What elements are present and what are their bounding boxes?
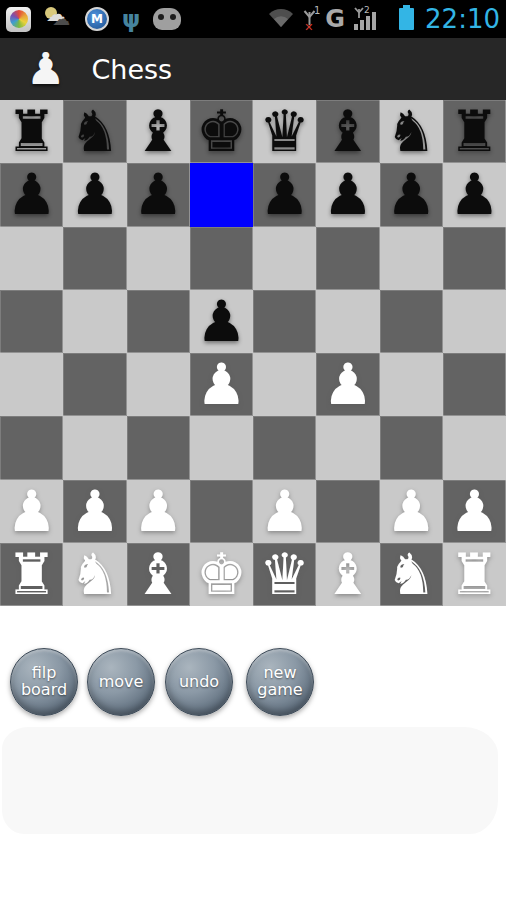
square-d2[interactable] [190, 480, 253, 543]
app-title: Chess [91, 54, 172, 85]
status-bar: ☁☁ M ψ 1 ✕ G 2 22:10 [0, 0, 506, 38]
network-type-label: G [325, 7, 345, 31]
square-f1[interactable]: ♝ [316, 543, 379, 606]
square-e7[interactable]: ♟ [253, 163, 316, 226]
black-bishop-icon: ♝ [322, 100, 373, 163]
white-pawn-icon: ♟ [6, 480, 57, 543]
square-e1[interactable]: ♛ [253, 543, 316, 606]
square-c1[interactable]: ♝ [127, 543, 190, 606]
square-f3[interactable] [316, 416, 379, 479]
square-f7[interactable]: ♟ [316, 163, 379, 226]
square-a6[interactable] [0, 227, 63, 290]
wifi-icon [268, 9, 294, 29]
white-bishop-icon: ♝ [322, 543, 373, 606]
black-pawn-icon: ♟ [259, 163, 310, 226]
black-pawn-icon: ♟ [386, 163, 437, 226]
sim1-antenna-icon: 1 ✕ [303, 8, 316, 30]
white-pawn-icon: ♟ [449, 480, 500, 543]
square-h5[interactable] [443, 290, 506, 353]
square-b5[interactable] [63, 290, 126, 353]
undo-button[interactable]: undo [165, 648, 233, 716]
square-e2[interactable]: ♟ [253, 480, 316, 543]
white-pawn-icon: ♟ [259, 480, 310, 543]
white-pawn-icon: ♟ [196, 353, 247, 416]
gallery-icon [6, 7, 31, 32]
square-c4[interactable] [127, 353, 190, 416]
square-c6[interactable] [127, 227, 190, 290]
square-d6[interactable] [190, 227, 253, 290]
move-button[interactable]: move [87, 648, 155, 716]
square-g5[interactable] [380, 290, 443, 353]
square-a1[interactable]: ♜ [0, 543, 63, 606]
square-b1[interactable]: ♞ [63, 543, 126, 606]
square-b6[interactable] [63, 227, 126, 290]
square-d1[interactable]: ♚ [190, 543, 253, 606]
square-d7[interactable] [190, 163, 253, 226]
square-e4[interactable] [253, 353, 316, 416]
square-e3[interactable] [253, 416, 316, 479]
flip-board-button[interactable]: filp board [10, 648, 78, 716]
square-h8[interactable]: ♜ [443, 100, 506, 163]
square-f6[interactable] [316, 227, 379, 290]
black-pawn-icon: ♟ [449, 163, 500, 226]
square-g2[interactable]: ♟ [380, 480, 443, 543]
white-king-icon: ♚ [196, 543, 247, 606]
square-g8[interactable]: ♞ [380, 100, 443, 163]
square-b4[interactable] [63, 353, 126, 416]
white-rook-icon: ♜ [449, 543, 500, 606]
square-a5[interactable] [0, 290, 63, 353]
square-c3[interactable] [127, 416, 190, 479]
white-pawn-icon: ♟ [386, 480, 437, 543]
square-c2[interactable]: ♟ [127, 480, 190, 543]
square-e8[interactable]: ♛ [253, 100, 316, 163]
square-h2[interactable]: ♟ [443, 480, 506, 543]
black-pawn-icon: ♟ [6, 163, 57, 226]
black-knight-icon: ♞ [69, 100, 120, 163]
new-game-button[interactable]: new game [246, 648, 314, 716]
square-a2[interactable]: ♟ [0, 480, 63, 543]
no-signal-x-icon: ✕ [304, 21, 313, 34]
square-h3[interactable] [443, 416, 506, 479]
white-knight-icon: ♞ [386, 543, 437, 606]
square-b8[interactable]: ♞ [63, 100, 126, 163]
signal-bars-icon: 2 [354, 7, 388, 31]
white-pawn-icon: ♟ [69, 480, 120, 543]
square-a8[interactable]: ♜ [0, 100, 63, 163]
square-a7[interactable]: ♟ [0, 163, 63, 226]
usb-icon: ψ [122, 8, 140, 31]
black-rook-icon: ♜ [6, 100, 57, 163]
square-c7[interactable]: ♟ [127, 163, 190, 226]
black-knight-icon: ♞ [386, 100, 437, 163]
black-queen-icon: ♛ [259, 100, 310, 163]
square-c5[interactable] [127, 290, 190, 353]
message-panel [2, 727, 498, 834]
square-g1[interactable]: ♞ [380, 543, 443, 606]
square-b3[interactable] [63, 416, 126, 479]
black-pawn-icon: ♟ [133, 163, 184, 226]
white-pawn-icon: ♟ [133, 480, 184, 543]
square-g3[interactable] [380, 416, 443, 479]
app-pawn-icon: ♟ [26, 47, 65, 91]
square-f2[interactable] [316, 480, 379, 543]
black-pawn-icon: ♟ [322, 163, 373, 226]
square-c8[interactable]: ♝ [127, 100, 190, 163]
square-h4[interactable] [443, 353, 506, 416]
square-e6[interactable] [253, 227, 316, 290]
black-pawn-icon: ♟ [69, 163, 120, 226]
square-h6[interactable] [443, 227, 506, 290]
square-a3[interactable] [0, 416, 63, 479]
white-rook-icon: ♜ [6, 543, 57, 606]
status-clock: 22:10 [425, 6, 500, 32]
white-pawn-icon: ♟ [322, 353, 373, 416]
square-b7[interactable]: ♟ [63, 163, 126, 226]
weather-icon: ☁☁ [44, 6, 72, 32]
square-h1[interactable]: ♜ [443, 543, 506, 606]
black-king-icon: ♚ [196, 100, 247, 163]
square-b2[interactable]: ♟ [63, 480, 126, 543]
square-d4[interactable]: ♟ [190, 353, 253, 416]
battery-icon [399, 8, 414, 30]
droid-icon [153, 8, 181, 30]
controls-row: filp boardmoveundonew game [0, 648, 506, 720]
white-knight-icon: ♞ [69, 543, 120, 606]
square-f8[interactable]: ♝ [316, 100, 379, 163]
square-e5[interactable] [253, 290, 316, 353]
square-a4[interactable] [0, 353, 63, 416]
black-pawn-icon: ♟ [196, 290, 247, 353]
square-g6[interactable] [380, 227, 443, 290]
chess-board: ♜♞♝♚♛♝♞♜♟♟♟♟♟♟♟♟♟♟♟♟♟♟♟♟♜♞♝♚♛♝♞♜ [0, 100, 506, 606]
square-g4[interactable] [380, 353, 443, 416]
title-bar: ♟ Chess [0, 38, 506, 100]
black-bishop-icon: ♝ [133, 100, 184, 163]
black-rook-icon: ♜ [449, 100, 500, 163]
white-bishop-icon: ♝ [133, 543, 184, 606]
square-d3[interactable] [190, 416, 253, 479]
square-f4[interactable]: ♟ [316, 353, 379, 416]
square-f5[interactable] [316, 290, 379, 353]
square-g7[interactable]: ♟ [380, 163, 443, 226]
square-h7[interactable]: ♟ [443, 163, 506, 226]
square-d8[interactable]: ♚ [190, 100, 253, 163]
square-d5[interactable]: ♟ [190, 290, 253, 353]
m-badge-icon: M [85, 7, 109, 31]
white-queen-icon: ♛ [259, 543, 310, 606]
